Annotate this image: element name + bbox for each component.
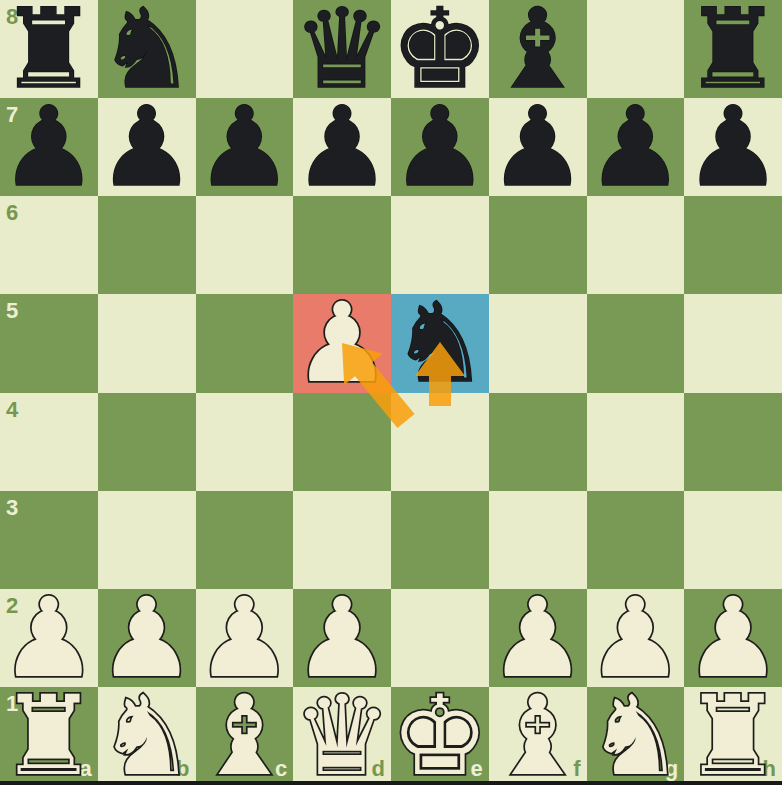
- square-g1[interactable]: g♞: [587, 687, 685, 785]
- white-queen-d1[interactable]: ♛: [293, 687, 391, 785]
- white-knight-b1[interactable]: ♞: [98, 687, 196, 785]
- square-h7[interactable]: ♟: [684, 98, 782, 196]
- square-g4[interactable]: [587, 393, 685, 491]
- square-d5[interactable]: ♟: [293, 294, 391, 392]
- black-pawn-a7[interactable]: ♟: [0, 98, 98, 196]
- white-bishop-c1[interactable]: ♝: [196, 687, 294, 785]
- square-e1[interactable]: e♚: [391, 687, 489, 785]
- square-b1[interactable]: b♞: [98, 687, 196, 785]
- square-h4[interactable]: [684, 393, 782, 491]
- square-f1[interactable]: f♝: [489, 687, 587, 785]
- square-d4[interactable]: [293, 393, 391, 491]
- square-a5[interactable]: 5: [0, 294, 98, 392]
- square-b5[interactable]: [98, 294, 196, 392]
- square-h1[interactable]: h♜: [684, 687, 782, 785]
- square-c7[interactable]: ♟: [196, 98, 294, 196]
- black-pawn-c7[interactable]: ♟: [196, 98, 294, 196]
- white-pawn-d5[interactable]: ♟: [293, 294, 391, 392]
- square-a4[interactable]: 4: [0, 393, 98, 491]
- chess-board: 8♜♞♛♚♝♜7♟♟♟♟♟♟♟♟65♟♞432♟♟♟♟♟♟♟1a♜b♞c♝d♛e…: [0, 0, 782, 785]
- square-b4[interactable]: [98, 393, 196, 491]
- square-c5[interactable]: [196, 294, 294, 392]
- square-g7[interactable]: ♟: [587, 98, 685, 196]
- white-rook-h1[interactable]: ♜: [684, 687, 782, 785]
- white-king-e1[interactable]: ♚: [391, 687, 489, 785]
- square-g5[interactable]: [587, 294, 685, 392]
- square-e7[interactable]: ♟: [391, 98, 489, 196]
- square-f4[interactable]: [489, 393, 587, 491]
- board-bottom-edge: [0, 781, 782, 785]
- rank-label-5: 5: [6, 300, 18, 322]
- square-a7[interactable]: 7♟: [0, 98, 98, 196]
- square-e5[interactable]: ♞: [391, 294, 489, 392]
- square-b7[interactable]: ♟: [98, 98, 196, 196]
- square-c1[interactable]: c♝: [196, 687, 294, 785]
- white-knight-g1[interactable]: ♞: [587, 687, 685, 785]
- square-d1[interactable]: d♛: [293, 687, 391, 785]
- square-e4[interactable]: [391, 393, 489, 491]
- black-knight-e5[interactable]: ♞: [391, 294, 489, 392]
- black-pawn-g7[interactable]: ♟: [587, 98, 685, 196]
- black-pawn-d7[interactable]: ♟: [293, 98, 391, 196]
- black-pawn-e7[interactable]: ♟: [391, 98, 489, 196]
- square-h5[interactable]: [684, 294, 782, 392]
- rank-label-3: 3: [6, 497, 18, 519]
- square-f5[interactable]: [489, 294, 587, 392]
- black-pawn-h7[interactable]: ♟: [684, 98, 782, 196]
- square-d7[interactable]: ♟: [293, 98, 391, 196]
- square-e3[interactable]: [391, 491, 489, 589]
- white-bishop-f1[interactable]: ♝: [489, 687, 587, 785]
- square-c4[interactable]: [196, 393, 294, 491]
- rank-label-4: 4: [6, 399, 18, 421]
- black-pawn-f7[interactable]: ♟: [489, 98, 587, 196]
- white-rook-a1[interactable]: ♜: [0, 687, 98, 785]
- square-f7[interactable]: ♟: [489, 98, 587, 196]
- square-a1[interactable]: 1a♜: [0, 687, 98, 785]
- black-pawn-b7[interactable]: ♟: [98, 98, 196, 196]
